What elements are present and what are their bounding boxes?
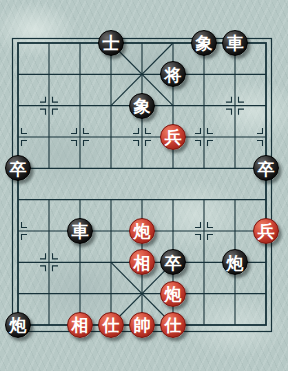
piece-black-chariot[interactable]: 車 [222,30,248,56]
piece-glyph: 相 [72,317,89,334]
piece-glyph: 炮 [134,223,151,240]
piece-black-soldier[interactable]: 卒 [253,155,279,181]
piece-glyph: 炮 [227,254,244,271]
piece-black-soldier[interactable]: 卒 [160,249,186,275]
piece-glyph: 車 [227,35,244,52]
piece-black-general[interactable]: 将 [160,61,186,87]
piece-glyph: 車 [72,223,89,240]
piece-glyph: 象 [196,35,213,52]
piece-glyph: 卒 [10,160,27,177]
piece-red-advisor[interactable]: 仕 [160,312,186,338]
piece-red-cannon[interactable]: 炮 [160,281,186,307]
piece-red-general[interactable]: 帥 [129,312,155,338]
piece-glyph: 象 [134,98,151,115]
piece-black-soldier[interactable]: 卒 [5,155,31,181]
piece-glyph: 士 [103,35,120,52]
piece-glyph: 炮 [10,317,27,334]
piece-red-elephant[interactable]: 相 [67,312,93,338]
piece-black-elephant[interactable]: 象 [129,93,155,119]
piece-glyph: 相 [134,254,151,271]
piece-glyph: 卒 [258,160,275,177]
piece-glyph: 卒 [165,254,182,271]
piece-red-advisor[interactable]: 仕 [98,312,124,338]
piece-glyph: 炮 [165,286,182,303]
piece-black-cannon[interactable]: 炮 [222,249,248,275]
xiangqi-app: 士象車将象兵卒卒車炮兵相卒炮炮炮相仕帥仕 [0,0,288,371]
piece-red-elephant[interactable]: 相 [129,249,155,275]
piece-red-soldier[interactable]: 兵 [160,124,186,150]
piece-black-cannon[interactable]: 炮 [5,312,31,338]
piece-glyph: 将 [165,66,182,83]
piece-red-cannon[interactable]: 炮 [129,218,155,244]
piece-red-soldier[interactable]: 兵 [253,218,279,244]
piece-black-advisor[interactable]: 士 [98,30,124,56]
piece-black-elephant[interactable]: 象 [191,30,217,56]
piece-glyph: 帥 [134,317,151,334]
board-grid[interactable]: 士象車将象兵卒卒車炮兵相卒炮炮炮相仕帥仕 [3,27,282,340]
piece-black-chariot[interactable]: 車 [67,218,93,244]
piece-glyph: 仕 [103,317,120,334]
piece-glyph: 兵 [165,129,182,146]
piece-glyph: 兵 [258,223,275,240]
piece-glyph: 仕 [165,317,182,334]
